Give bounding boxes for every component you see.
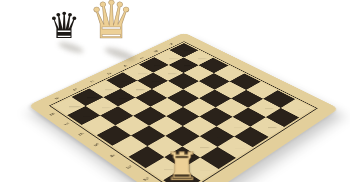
extra-black-queen[interactable]: ♛ — [48, 8, 80, 44]
pawn-icon: ♟ — [72, 93, 95, 118]
extra-white-queen[interactable]: ♛ — [88, 0, 135, 46]
chess-set-photo: ♛♛ hgfedcba 87654321 ♜♞♝♛♚♝♞♜♟♟♟♟♟♟♟♟♟♟♟… — [0, 0, 350, 182]
rook-icon: ♜ — [164, 146, 199, 182]
chess-board: hgfedcba 87654321 ♜♞♝♛♚♝♞♜♟♟♟♟♟♟♟♟♟♟♟♟♟♟… — [28, 32, 339, 182]
